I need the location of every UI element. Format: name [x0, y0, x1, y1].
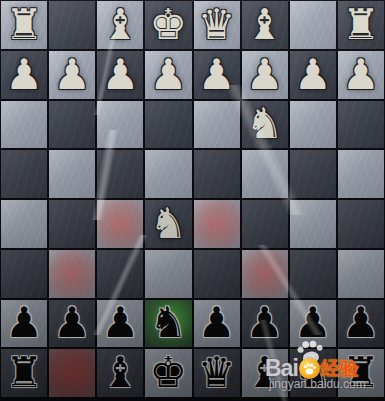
black-pawn-icon: ♟ — [294, 302, 332, 344]
square-a8[interactable]: ♜ — [338, 349, 384, 397]
square-h6[interactable] — [1, 250, 47, 298]
square-b1[interactable] — [290, 1, 336, 49]
square-b4[interactable] — [290, 150, 336, 198]
square-b6[interactable] — [290, 250, 336, 298]
square-e8[interactable]: ♚ — [145, 349, 191, 397]
square-d3[interactable] — [194, 101, 240, 149]
black-pawn-icon: ♟ — [101, 302, 139, 344]
black-knight-icon: ♞ — [294, 352, 332, 394]
white-bishop-icon: ♝ — [101, 4, 139, 46]
chess-app: ♜♝♚♛♝♜♟♟♟♟♟♟♟♟♞♞♟♟♟♞♟♟♟♟♜♝♚♛♝♞♜ Bai 经验 — [0, 0, 385, 401]
square-c6[interactable] — [242, 250, 288, 298]
square-d2[interactable]: ♟ — [194, 51, 240, 99]
square-h2[interactable]: ♟ — [1, 51, 47, 99]
black-pawn-icon: ♟ — [342, 302, 380, 344]
square-c4[interactable] — [242, 150, 288, 198]
square-c7[interactable]: ♟ — [242, 300, 288, 348]
square-f3[interactable] — [97, 101, 143, 149]
black-queen-icon: ♛ — [198, 352, 236, 394]
square-h1[interactable]: ♜ — [1, 1, 47, 49]
square-h8[interactable]: ♜ — [1, 349, 47, 397]
square-h4[interactable] — [1, 150, 47, 198]
white-pawn-icon: ♟ — [198, 54, 236, 96]
black-king-icon: ♚ — [150, 352, 188, 394]
square-a1[interactable]: ♜ — [338, 1, 384, 49]
square-e3[interactable] — [145, 101, 191, 149]
square-h3[interactable] — [1, 101, 47, 149]
white-pawn-icon: ♟ — [5, 54, 43, 96]
black-pawn-icon: ♟ — [246, 302, 284, 344]
square-c3[interactable]: ♞ — [242, 101, 288, 149]
white-pawn-icon: ♟ — [101, 54, 139, 96]
square-g4[interactable] — [49, 150, 95, 198]
black-pawn-icon: ♟ — [198, 302, 236, 344]
square-f4[interactable] — [97, 150, 143, 198]
white-rook-icon: ♜ — [5, 4, 43, 46]
square-d6[interactable] — [194, 250, 240, 298]
square-g5[interactable] — [49, 200, 95, 248]
black-pawn-icon: ♟ — [5, 302, 43, 344]
square-f7[interactable]: ♟ — [97, 300, 143, 348]
square-f6[interactable] — [97, 250, 143, 298]
square-b2[interactable]: ♟ — [290, 51, 336, 99]
square-c2[interactable]: ♟ — [242, 51, 288, 99]
square-b8[interactable]: ♞ — [290, 349, 336, 397]
white-pawn-icon: ♟ — [150, 54, 188, 96]
square-d7[interactable]: ♟ — [194, 300, 240, 348]
square-b7[interactable]: ♟ — [290, 300, 336, 348]
square-g1[interactable] — [49, 1, 95, 49]
square-e7[interactable]: ♞ — [145, 300, 191, 348]
square-f1[interactable]: ♝ — [97, 1, 143, 49]
square-f5[interactable] — [97, 200, 143, 248]
square-e5[interactable]: ♞ — [145, 200, 191, 248]
square-b5[interactable] — [290, 200, 336, 248]
square-e1[interactable]: ♚ — [145, 1, 191, 49]
black-bishop-icon: ♝ — [246, 352, 284, 394]
square-a5[interactable] — [338, 200, 384, 248]
square-g3[interactable] — [49, 101, 95, 149]
square-f2[interactable]: ♟ — [97, 51, 143, 99]
white-rook-icon: ♜ — [342, 4, 380, 46]
square-h5[interactable] — [1, 200, 47, 248]
white-bishop-icon: ♝ — [246, 4, 284, 46]
square-e2[interactable]: ♟ — [145, 51, 191, 99]
square-e4[interactable] — [145, 150, 191, 198]
square-g6[interactable] — [49, 250, 95, 298]
square-b3[interactable] — [290, 101, 336, 149]
square-a7[interactable]: ♟ — [338, 300, 384, 348]
black-knight-icon: ♞ — [150, 302, 188, 344]
white-knight-icon: ♞ — [150, 203, 188, 245]
black-rook-icon: ♜ — [5, 352, 43, 394]
square-d5[interactable] — [194, 200, 240, 248]
square-f8[interactable]: ♝ — [97, 349, 143, 397]
black-bishop-icon: ♝ — [101, 352, 139, 394]
chess-board: ♜♝♚♛♝♜♟♟♟♟♟♟♟♟♞♞♟♟♟♞♟♟♟♟♜♝♚♛♝♞♜ — [0, 0, 385, 401]
square-c5[interactable] — [242, 200, 288, 248]
square-d4[interactable] — [194, 150, 240, 198]
white-pawn-icon: ♟ — [342, 54, 380, 96]
white-pawn-icon: ♟ — [53, 54, 91, 96]
white-pawn-icon: ♟ — [294, 54, 332, 96]
square-d8[interactable]: ♛ — [194, 349, 240, 397]
square-a2[interactable]: ♟ — [338, 51, 384, 99]
square-a3[interactable] — [338, 101, 384, 149]
square-g2[interactable]: ♟ — [49, 51, 95, 99]
square-d1[interactable]: ♛ — [194, 1, 240, 49]
square-g7[interactable]: ♟ — [49, 300, 95, 348]
square-c1[interactable]: ♝ — [242, 1, 288, 49]
white-pawn-icon: ♟ — [246, 54, 284, 96]
white-king-icon: ♚ — [150, 4, 188, 46]
square-c8[interactable]: ♝ — [242, 349, 288, 397]
square-g8[interactable] — [49, 349, 95, 397]
square-h7[interactable]: ♟ — [1, 300, 47, 348]
black-rook-icon: ♜ — [342, 352, 380, 394]
square-e6[interactable] — [145, 250, 191, 298]
square-a4[interactable] — [338, 150, 384, 198]
square-a6[interactable] — [338, 250, 384, 298]
white-queen-icon: ♛ — [198, 4, 236, 46]
black-pawn-icon: ♟ — [53, 302, 91, 344]
white-knight-icon: ♞ — [246, 103, 284, 145]
